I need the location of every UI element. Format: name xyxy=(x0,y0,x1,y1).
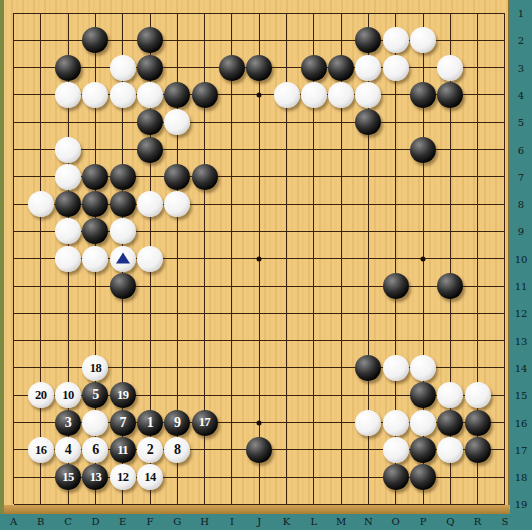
black-stone xyxy=(82,218,108,244)
move-number: 6 xyxy=(92,443,99,457)
column-label: Q xyxy=(446,516,454,527)
white-stone xyxy=(383,27,409,53)
row-label: 12 xyxy=(510,308,532,319)
white-stone xyxy=(383,55,409,81)
row-label: 15 xyxy=(510,390,532,401)
row-label: 5 xyxy=(510,117,532,128)
go-board-frame: 1820105193719171646112815131214 12345678… xyxy=(0,0,532,530)
column-label: A xyxy=(10,516,17,527)
white-stone xyxy=(410,410,436,436)
column-label: C xyxy=(64,516,72,527)
black-stone xyxy=(437,273,463,299)
star-point xyxy=(421,256,426,261)
column-label: L xyxy=(310,516,317,527)
white-stone: 20 xyxy=(28,382,54,408)
black-stone xyxy=(219,55,245,81)
grid-line xyxy=(14,340,505,341)
move-number: 19 xyxy=(117,389,129,402)
black-stone xyxy=(82,164,108,190)
black-stone xyxy=(410,464,436,490)
black-stone xyxy=(164,164,190,190)
move-number: 2 xyxy=(147,443,154,457)
row-label: 2 xyxy=(510,35,532,46)
row-label: 19 xyxy=(510,499,532,510)
black-stone xyxy=(355,27,381,53)
move-number: 13 xyxy=(90,471,102,484)
move-number: 17 xyxy=(199,416,211,429)
row-label: 4 xyxy=(510,89,532,100)
white-stone xyxy=(82,82,108,108)
white-stone xyxy=(383,437,409,463)
black-stone xyxy=(110,191,136,217)
move-number: 15 xyxy=(62,471,74,484)
white-stone xyxy=(410,27,436,53)
black-stone xyxy=(355,355,381,381)
black-stone: 15 xyxy=(55,464,81,490)
row-label: 18 xyxy=(510,472,532,483)
move-number: 4 xyxy=(65,443,72,457)
column-label: O xyxy=(392,516,400,527)
black-stone xyxy=(410,437,436,463)
move-number: 16 xyxy=(35,444,47,457)
white-stone xyxy=(465,382,491,408)
star-point xyxy=(257,256,262,261)
white-stone xyxy=(355,55,381,81)
column-label: E xyxy=(119,516,126,527)
white-stone xyxy=(55,246,81,272)
black-stone xyxy=(137,55,163,81)
black-stone xyxy=(355,109,381,135)
row-label: 14 xyxy=(510,362,532,373)
row-label: 13 xyxy=(510,335,532,346)
black-stone xyxy=(246,55,272,81)
row-label: 1 xyxy=(510,8,532,19)
black-stone: 9 xyxy=(164,410,190,436)
grid-line xyxy=(504,13,505,504)
white-stone xyxy=(82,246,108,272)
black-stone xyxy=(192,82,218,108)
column-label: P xyxy=(420,516,427,527)
move-number: 9 xyxy=(174,416,181,430)
move-number: 7 xyxy=(119,416,126,430)
white-stone xyxy=(55,82,81,108)
move-number: 14 xyxy=(144,471,156,484)
black-stone xyxy=(164,82,190,108)
row-label: 10 xyxy=(510,253,532,264)
black-stone xyxy=(192,164,218,190)
column-label: G xyxy=(173,516,181,527)
white-stone xyxy=(110,55,136,81)
black-stone xyxy=(110,164,136,190)
black-stone xyxy=(437,82,463,108)
black-stone: 1 xyxy=(137,410,163,436)
column-label: D xyxy=(91,516,99,527)
black-stone: 19 xyxy=(110,382,136,408)
white-stone xyxy=(274,82,300,108)
black-stone xyxy=(110,273,136,299)
black-stone xyxy=(383,273,409,299)
move-number: 1 xyxy=(147,416,154,430)
column-label: M xyxy=(336,516,346,527)
black-stone xyxy=(383,464,409,490)
triangle-marker xyxy=(116,252,130,263)
grid-line xyxy=(14,313,505,314)
white-stone: 2 xyxy=(137,437,163,463)
black-stone xyxy=(465,410,491,436)
white-stone xyxy=(28,191,54,217)
white-stone xyxy=(410,355,436,381)
white-stone xyxy=(328,82,354,108)
column-label: I xyxy=(230,516,234,527)
white-stone: 14 xyxy=(137,464,163,490)
row-label: 17 xyxy=(510,444,532,455)
white-stone xyxy=(55,164,81,190)
white-stone xyxy=(355,82,381,108)
black-stone: 11 xyxy=(110,437,136,463)
white-stone xyxy=(437,437,463,463)
column-label: N xyxy=(364,516,373,527)
go-board[interactable]: 1820105193719171646112815131214 xyxy=(0,0,510,505)
star-point xyxy=(257,420,262,425)
white-stone xyxy=(164,191,190,217)
white-stone: 18 xyxy=(82,355,108,381)
move-number: 11 xyxy=(117,444,128,457)
row-label: 16 xyxy=(510,417,532,428)
row-label: 7 xyxy=(510,171,532,182)
black-stone: 17 xyxy=(192,410,218,436)
black-stone: 5 xyxy=(82,382,108,408)
white-stone xyxy=(301,82,327,108)
white-stone: 16 xyxy=(28,437,54,463)
move-number: 5 xyxy=(92,388,99,402)
white-stone: 8 xyxy=(164,437,190,463)
black-stone xyxy=(437,410,463,436)
black-stone xyxy=(137,137,163,163)
black-stone xyxy=(246,437,272,463)
white-stone xyxy=(137,246,163,272)
black-stone xyxy=(137,109,163,135)
white-stone xyxy=(110,218,136,244)
grid-line xyxy=(14,286,505,287)
column-label: K xyxy=(283,516,290,527)
black-stone xyxy=(410,137,436,163)
black-stone xyxy=(465,437,491,463)
black-stone: 7 xyxy=(110,410,136,436)
black-stone: 13 xyxy=(82,464,108,490)
black-stone xyxy=(82,27,108,53)
white-stone xyxy=(164,109,190,135)
column-label: J xyxy=(257,516,261,527)
move-number: 8 xyxy=(174,443,181,457)
white-stone xyxy=(437,55,463,81)
row-label: 11 xyxy=(510,281,532,292)
white-stone xyxy=(383,410,409,436)
board-left-edge xyxy=(0,0,4,514)
white-stone xyxy=(55,218,81,244)
black-stone xyxy=(55,55,81,81)
move-number: 12 xyxy=(117,471,129,484)
black-stone xyxy=(137,27,163,53)
black-stone xyxy=(410,382,436,408)
column-label: S xyxy=(501,516,508,527)
white-stone xyxy=(383,355,409,381)
move-number: 10 xyxy=(62,389,74,402)
white-stone xyxy=(110,82,136,108)
row-label: 6 xyxy=(510,144,532,155)
black-stone xyxy=(82,191,108,217)
board-bottom-edge xyxy=(0,505,510,514)
black-stone: 3 xyxy=(55,410,81,436)
white-stone xyxy=(55,137,81,163)
white-stone: 12 xyxy=(110,464,136,490)
row-label: 8 xyxy=(510,199,532,210)
white-stone: 6 xyxy=(82,437,108,463)
white-stone xyxy=(437,382,463,408)
star-point xyxy=(257,92,262,97)
column-label: F xyxy=(147,516,154,527)
white-stone: 4 xyxy=(55,437,81,463)
black-stone xyxy=(410,82,436,108)
move-number: 3 xyxy=(65,416,72,430)
move-number: 18 xyxy=(90,362,102,375)
column-label: B xyxy=(37,516,44,527)
row-label: 9 xyxy=(510,226,532,237)
black-stone xyxy=(301,55,327,81)
white-stone xyxy=(137,82,163,108)
row-label: 3 xyxy=(510,62,532,73)
column-label: H xyxy=(200,516,209,527)
black-stone xyxy=(328,55,354,81)
white-stone xyxy=(82,410,108,436)
white-stone: 10 xyxy=(55,382,81,408)
white-stone xyxy=(355,410,381,436)
column-label: R xyxy=(474,516,482,527)
white-stone xyxy=(137,191,163,217)
move-number: 20 xyxy=(35,389,47,402)
black-stone xyxy=(55,191,81,217)
